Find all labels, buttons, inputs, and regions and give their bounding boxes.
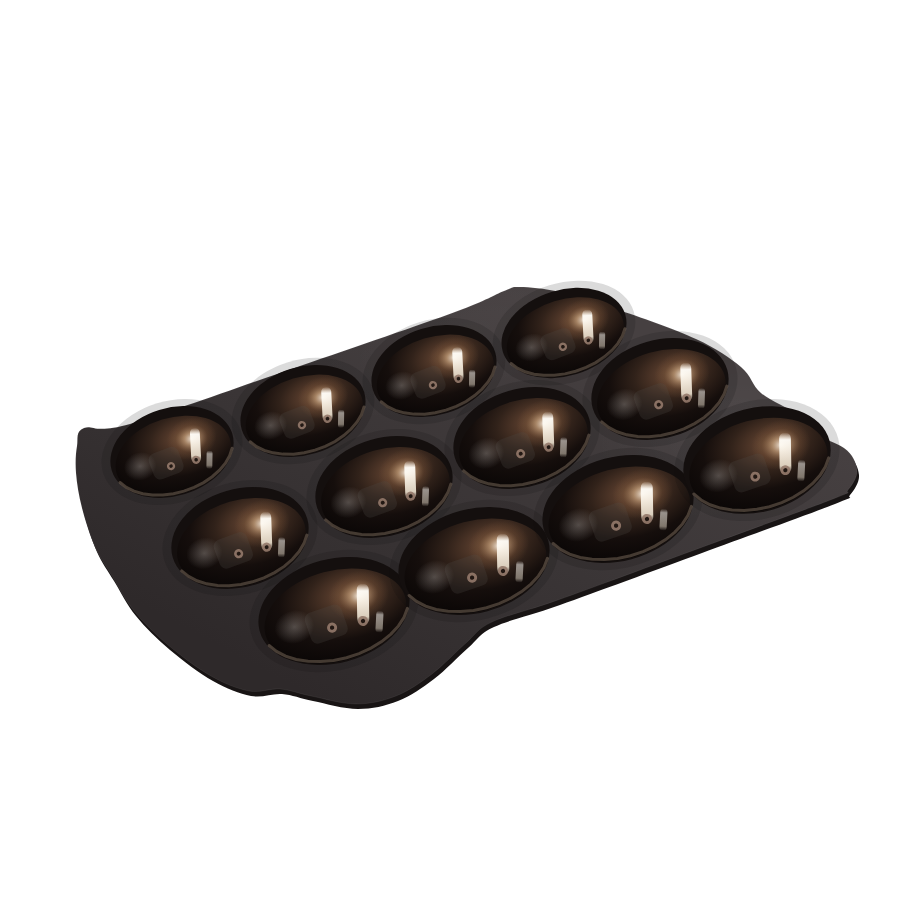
baking-pan-photo xyxy=(0,0,900,900)
cavity-secondary-streak xyxy=(797,460,805,482)
cavity-secondary-streak xyxy=(278,537,285,558)
cavity-secondary-streak xyxy=(515,561,523,583)
cavity-secondary-streak xyxy=(659,509,667,531)
cavity-secondary-streak xyxy=(469,369,475,388)
product-photo xyxy=(0,0,900,900)
cavity-secondary-streak xyxy=(560,437,567,458)
cavity-secondary-streak xyxy=(206,450,212,469)
cavity-secondary-streak xyxy=(338,409,344,428)
cavity-secondary-streak xyxy=(599,331,605,349)
cavity-secondary-streak xyxy=(698,388,705,409)
cavity-secondary-streak xyxy=(422,486,429,507)
cavity-secondary-streak xyxy=(375,611,383,633)
